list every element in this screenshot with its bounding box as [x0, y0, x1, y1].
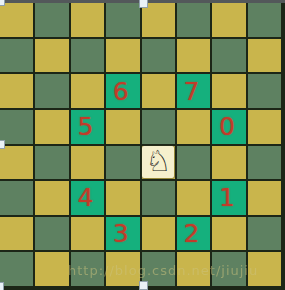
selection-handle-bottom-left[interactable]	[0, 282, 4, 290]
square-b3	[35, 181, 68, 215]
move-number-5: 5	[77, 114, 93, 139]
selection-handle-top-left[interactable]	[0, 0, 5, 6]
move-number-0: 0	[219, 114, 235, 139]
square-a4	[0, 146, 33, 180]
square-f5	[177, 110, 210, 144]
square-h1	[248, 252, 281, 286]
selection-handle-top-center[interactable]	[139, 0, 148, 8]
square-c5: 5	[71, 110, 104, 144]
move-number-4: 4	[77, 185, 93, 210]
square-b4	[35, 146, 68, 180]
square-f4	[177, 146, 210, 180]
square-f7	[177, 39, 210, 73]
square-h4	[248, 146, 281, 180]
square-e2	[142, 217, 175, 251]
square-b1	[35, 252, 68, 286]
square-h2	[248, 217, 281, 251]
knight-piece-tile: ♘	[142, 146, 174, 178]
square-c3: 4	[71, 181, 104, 215]
square-e5	[142, 110, 175, 144]
square-f6: 7	[177, 74, 210, 108]
square-a1	[0, 252, 33, 286]
square-c1	[71, 252, 104, 286]
board-image: 6750♘4132 http://blog.csdn.net/jiujiu	[0, 0, 285, 290]
square-h7	[248, 39, 281, 73]
selection-handle-bottom-center[interactable]	[139, 281, 148, 290]
square-a5	[0, 110, 33, 144]
square-a7	[0, 39, 33, 73]
square-a6	[0, 74, 33, 108]
square-a8	[0, 3, 33, 37]
move-number-2: 2	[184, 221, 200, 246]
selection-handle-mid-left[interactable]	[0, 140, 5, 149]
square-e4: ♘	[142, 146, 175, 180]
square-g5: 0	[212, 110, 245, 144]
move-number-6: 6	[113, 79, 129, 104]
square-g3: 1	[212, 181, 245, 215]
square-b2	[35, 217, 68, 251]
square-c8	[71, 3, 104, 37]
square-h3	[248, 181, 281, 215]
square-h8	[248, 3, 281, 37]
square-d7	[106, 39, 139, 73]
square-b7	[35, 39, 68, 73]
square-g6	[212, 74, 245, 108]
square-e8	[142, 3, 175, 37]
square-c2	[71, 217, 104, 251]
square-e3	[142, 181, 175, 215]
move-number-7: 7	[184, 79, 200, 104]
square-g1	[212, 252, 245, 286]
square-g4	[212, 146, 245, 180]
square-h6	[248, 74, 281, 108]
square-d3	[106, 181, 139, 215]
square-d5	[106, 110, 139, 144]
square-d8	[106, 3, 139, 37]
square-c4	[71, 146, 104, 180]
square-b8	[35, 3, 68, 37]
square-a3	[0, 181, 33, 215]
square-b5	[35, 110, 68, 144]
square-d6: 6	[106, 74, 139, 108]
square-a2	[0, 217, 33, 251]
move-number-3: 3	[113, 221, 129, 246]
square-d2: 3	[106, 217, 139, 251]
square-g8	[212, 3, 245, 37]
square-h5	[248, 110, 281, 144]
move-number-1: 1	[219, 185, 235, 210]
square-f2: 2	[177, 217, 210, 251]
square-c7	[71, 39, 104, 73]
square-e6	[142, 74, 175, 108]
square-f1	[177, 252, 210, 286]
square-c6	[71, 74, 104, 108]
chess-board: 6750♘4132	[0, 3, 283, 288]
square-f3	[177, 181, 210, 215]
square-g7	[212, 39, 245, 73]
square-d1	[106, 252, 139, 286]
square-e7	[142, 39, 175, 73]
square-d4	[106, 146, 139, 180]
square-g2	[212, 217, 245, 251]
square-b6	[35, 74, 68, 108]
square-f8	[177, 3, 210, 37]
white-knight-icon: ♘	[145, 147, 171, 176]
